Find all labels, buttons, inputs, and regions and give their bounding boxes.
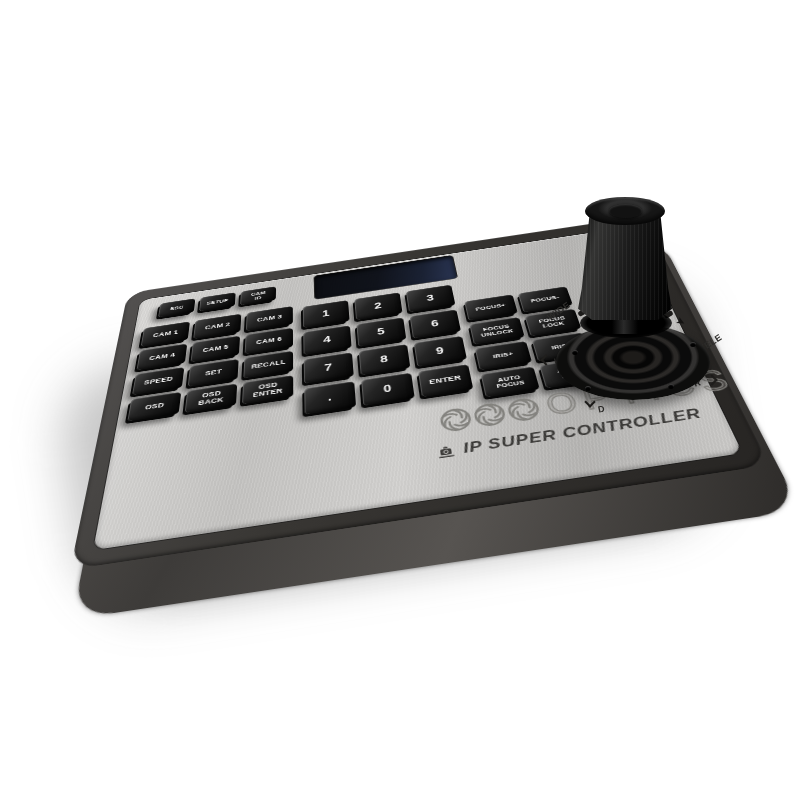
screw-icon [690, 342, 696, 347]
tilt-down-label: D [597, 403, 606, 414]
key-cam-4[interactable]: CAM 4 [136, 344, 187, 371]
key-1[interactable]: 1 [303, 300, 350, 328]
key-cam-6[interactable]: CAM 6 [245, 328, 293, 354]
key-8[interactable]: 8 [359, 344, 411, 375]
key-cam-3[interactable]: CAM 3 [246, 306, 293, 331]
joystick: WIDE ➤ ➤ TELE L R D [540, 192, 772, 432]
joystick-knob-top[interactable] [585, 197, 665, 225]
key-cam-5[interactable]: CAM 5 [191, 336, 241, 363]
key-speed[interactable]: SPEED [132, 367, 184, 395]
pan-right-bracket-icon [706, 374, 717, 385]
key-iris-plus[interactable]: IRIS+ [475, 341, 532, 370]
aperture-icon [439, 408, 472, 432]
key-0[interactable]: 0 [361, 373, 415, 406]
zoom-tele-arrow-icon: ➤ [674, 314, 687, 328]
aperture-icons [436, 393, 548, 436]
key-focus-plus[interactable]: FOCUS+ [464, 294, 518, 320]
key-set[interactable]: SET [188, 359, 239, 387]
key-osd[interactable]: OSD [127, 392, 181, 422]
ptz-camera-icon [436, 444, 458, 459]
key-auto-focus[interactable]: AUTO FOCUS [481, 367, 540, 398]
zoom-wide-label: WIDE [545, 300, 572, 323]
pan-left-bracket-icon [540, 354, 551, 365]
key-osd-enter[interactable]: OSD ENTER [242, 375, 293, 404]
key-4[interactable]: 4 [303, 325, 351, 355]
screw-icon [668, 384, 674, 389]
key-esc[interactable]: ESC [158, 298, 195, 317]
screw-icon [585, 386, 591, 391]
key-cam-1[interactable]: CAM 1 [141, 321, 190, 347]
key-3[interactable]: 3 [406, 285, 456, 313]
key-osd-back[interactable]: OSD BACK [185, 383, 238, 412]
camera-key-block: CAM 1 CAM 2 CAM 3 CAM 4 CAM 5 CAM 6 SPEE… [127, 306, 293, 421]
key-9[interactable]: 9 [414, 336, 467, 367]
key-focus-unlock[interactable]: FOCUS UNLOCK [469, 317, 524, 345]
screw-icon [572, 350, 578, 355]
key-6[interactable]: 6 [410, 309, 461, 338]
key-2[interactable]: 2 [354, 292, 402, 320]
aperture-icon [473, 403, 507, 427]
key-cam-2[interactable]: CAM 2 [193, 314, 241, 339]
key-7[interactable]: 7 [304, 352, 354, 383]
key-enter[interactable]: ENTER [418, 364, 473, 397]
key-5[interactable]: 5 [356, 317, 406, 346]
numeric-keypad: 1 2 3 4 5 6 7 8 9 . 0 ENTER [303, 285, 474, 415]
key-recall[interactable]: RECALL [243, 351, 293, 379]
joystick-top-button[interactable] [609, 204, 642, 218]
key-dot[interactable]: . [304, 381, 356, 414]
key-cam-id[interactable]: CAM ID [240, 286, 276, 305]
product-photo-scene: ESC SETUP CAM ID CAM 1 CAM 2 CAM 3 CAM 4… [0, 0, 800, 800]
key-setup[interactable]: SETUP [199, 292, 236, 311]
aperture-icon [506, 398, 541, 422]
tilt-down-bracket-icon [584, 396, 595, 407]
